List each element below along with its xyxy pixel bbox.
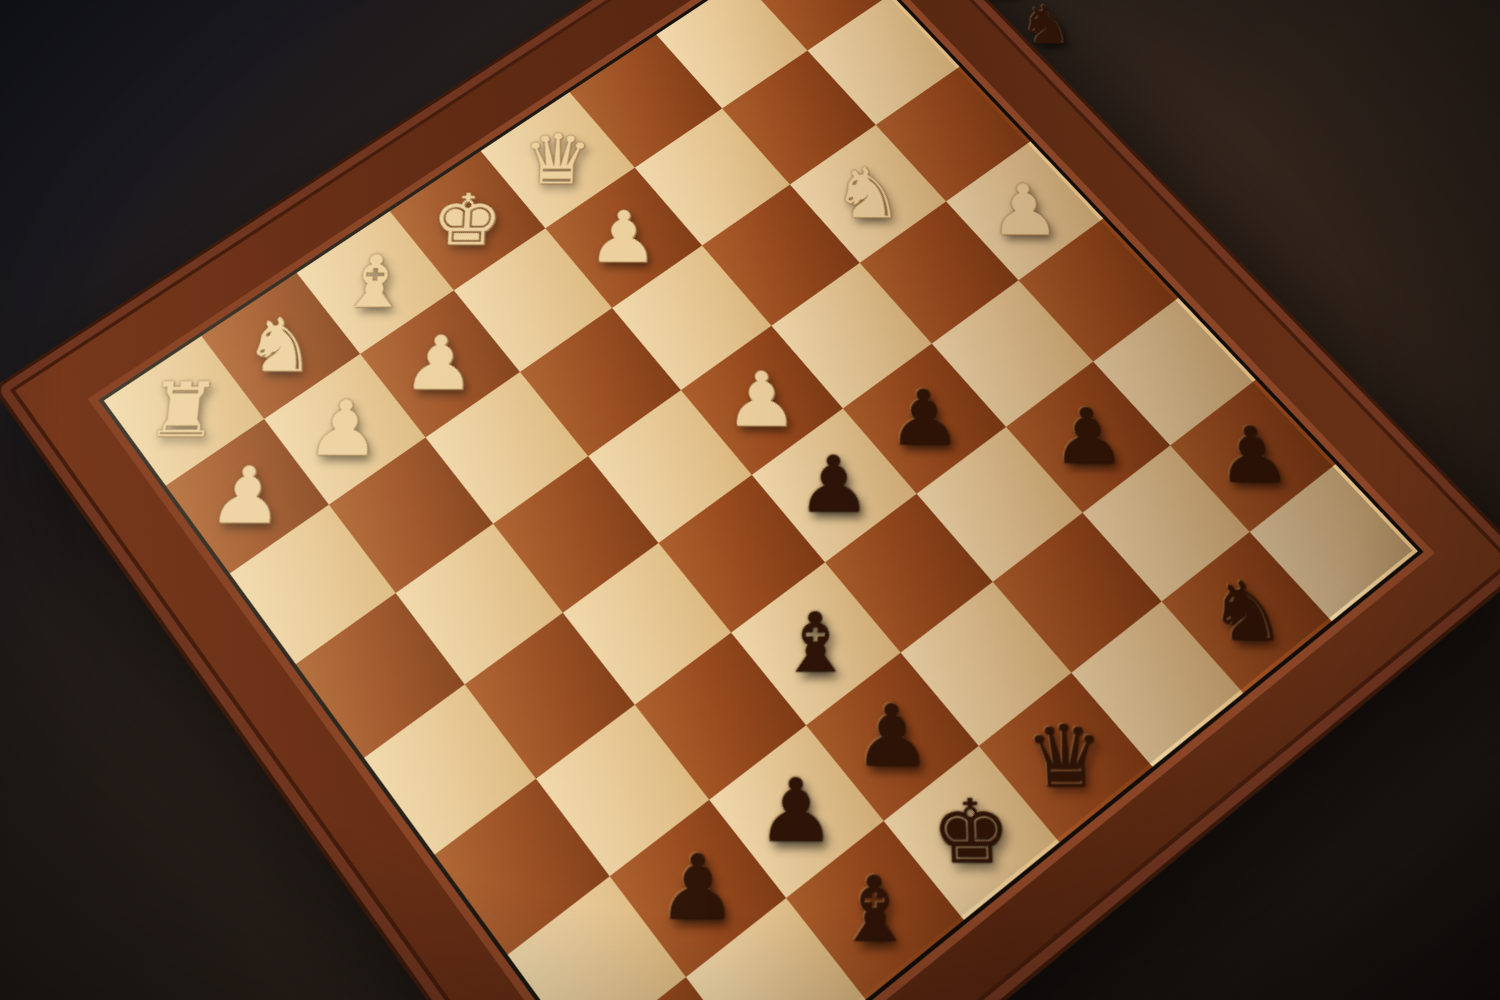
chess-board: ♜♞♝♚♛♟♟♟♟♞♟♟♟♟♝♟♟♟♟♟♝♚♛♞ ♟♞ [0,0,1500,1000]
white-pawn-g2[interactable]: ♟ [305,390,385,466]
black-pawn-c5[interactable]: ♟ [886,380,962,456]
white-pawn-d4[interactable]: ♟ [725,362,799,438]
white-pawn-h2[interactable]: ♟ [206,456,288,534]
black-pawn-f7[interactable]: ♟ [757,767,837,855]
black-pawn-g7[interactable]: ♟ [657,843,738,933]
black-pawn-b6[interactable]: ♟ [1049,398,1128,475]
black-bishop-e6[interactable]: ♝ [777,602,855,685]
photo-scene: ♜♞♝♚♛♟♟♟♟♞♟♟♟♟♝♟♟♟♟♟♝♚♛♞ ♟♞ [0,0,1500,1000]
board-grid: ♜♞♝♚♛♟♟♟♟♞♟♟♟♟♝♟♟♟♟♟♝♚♛♞ [98,0,1423,1000]
white-pawn-d2[interactable]: ♟ [587,202,660,273]
white-pawn-a4[interactable]: ♟ [987,175,1062,245]
white-pawn-f2[interactable]: ♟ [401,326,478,401]
black-pawn-e7[interactable]: ♟ [852,693,932,778]
white-king-e1[interactable]: ♚ [430,185,505,256]
white-knight-b3[interactable]: ♞ [832,158,904,228]
white-knight-g1[interactable]: ♞ [241,308,320,382]
black-king-e8[interactable]: ♚ [930,788,1013,876]
black-queen-d8[interactable]: ♛ [1024,714,1107,800]
black-pawn-a7[interactable]: ♟ [1212,416,1293,493]
captured-black-knight[interactable]: ♞ [1018,0,1077,51]
white-rook-h1[interactable]: ♜ [143,372,225,448]
white-queen-d1[interactable]: ♛ [521,125,594,194]
white-bishop-f1[interactable]: ♝ [336,246,413,318]
black-knight-b8[interactable]: ♞ [1205,571,1289,653]
black-pawn-d5[interactable]: ♟ [796,446,872,524]
black-bishop-f8[interactable]: ♝ [834,864,916,955]
